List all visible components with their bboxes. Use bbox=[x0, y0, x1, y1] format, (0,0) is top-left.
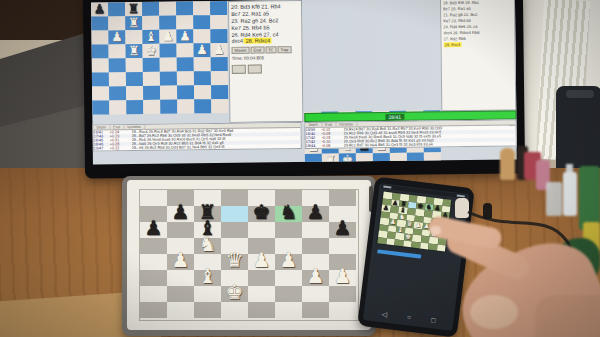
knuckle-highlight bbox=[470, 295, 518, 329]
wrist bbox=[535, 295, 600, 337]
fingernail bbox=[430, 226, 441, 235]
scene: ♟♜♜♟♝♟♟♜♚♟♟ ♝♝♜♟♝♟♟♜♚♟♟ 20. Bd3 Kf8 21. … bbox=[0, 0, 600, 337]
